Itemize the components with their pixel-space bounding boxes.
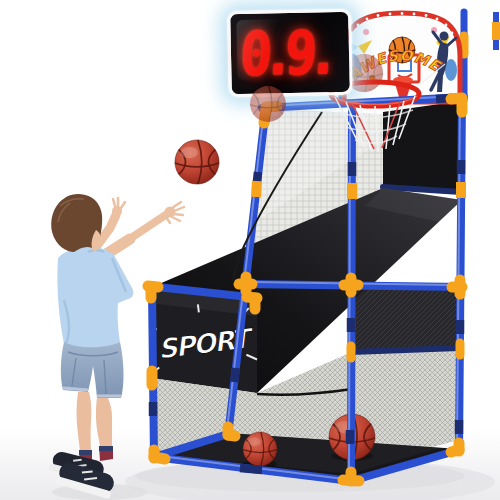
scoreboard: 0.9. — [227, 9, 353, 98]
scoreboard-display: 0.9. — [238, 17, 341, 90]
lower-dark-mesh — [352, 288, 459, 351]
tray-basketball — [243, 432, 277, 466]
tray-rear-rail — [351, 348, 459, 352]
product-photo: SPORT — [0, 0, 500, 500]
